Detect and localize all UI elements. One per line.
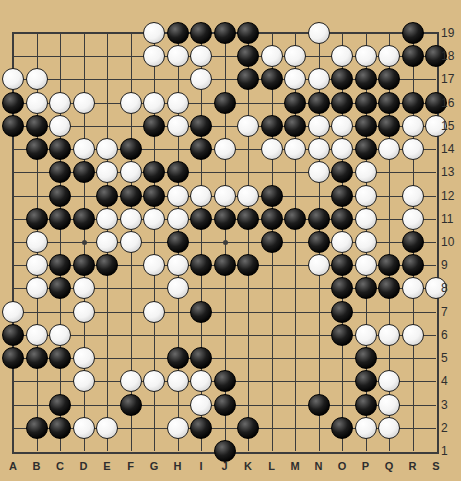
black-stone-G12[interactable]: [143, 185, 165, 207]
black-stone-I2[interactable]: [190, 417, 212, 439]
row-label-10: 10: [441, 236, 461, 248]
white-stone-E10[interactable]: [96, 231, 118, 253]
col-label-I: I: [191, 461, 211, 472]
black-stone-B11[interactable]: [26, 208, 48, 230]
row-label-16: 16: [441, 97, 461, 109]
black-stone-F12[interactable]: [120, 185, 142, 207]
black-stone-P17[interactable]: [355, 68, 377, 90]
go-board[interactable]: 19181716151413121110987654321ABCDEFGHIJK…: [0, 0, 461, 481]
black-stone-N16[interactable]: [308, 92, 330, 114]
white-stone-F16[interactable]: [120, 92, 142, 114]
row-label-4: 4: [441, 375, 461, 387]
white-stone-C16[interactable]: [49, 92, 71, 114]
white-stone-H11[interactable]: [167, 208, 189, 230]
white-stone-P11[interactable]: [355, 208, 377, 230]
col-label-Q: Q: [379, 461, 399, 472]
row-label-13: 13: [441, 166, 461, 178]
black-stone-K2[interactable]: [237, 417, 259, 439]
black-stone-R16[interactable]: [402, 92, 424, 114]
col-label-L: L: [262, 461, 282, 472]
white-stone-R12[interactable]: [402, 185, 424, 207]
white-stone-D7[interactable]: [73, 301, 95, 323]
col-label-K: K: [238, 461, 258, 472]
white-stone-B10[interactable]: [26, 231, 48, 253]
black-stone-I19[interactable]: [190, 22, 212, 44]
white-stone-L14[interactable]: [261, 138, 283, 160]
row-label-14: 14: [441, 143, 461, 155]
row-label-12: 12: [441, 190, 461, 202]
black-stone-O7[interactable]: [331, 301, 353, 323]
star-point: [223, 240, 228, 245]
white-stone-M14[interactable]: [284, 138, 306, 160]
black-stone-A16[interactable]: [2, 92, 24, 114]
black-stone-I11[interactable]: [190, 208, 212, 230]
col-label-B: B: [27, 461, 47, 472]
col-label-S: S: [426, 461, 446, 472]
black-stone-B14[interactable]: [26, 138, 48, 160]
col-label-H: H: [168, 461, 188, 472]
white-stone-E11[interactable]: [96, 208, 118, 230]
black-stone-F3[interactable]: [120, 394, 142, 416]
white-stone-D4[interactable]: [73, 370, 95, 392]
white-stone-Q14[interactable]: [378, 138, 400, 160]
black-stone-N10[interactable]: [308, 231, 330, 253]
white-stone-I12[interactable]: [190, 185, 212, 207]
white-stone-N13[interactable]: [308, 161, 330, 183]
black-stone-P15[interactable]: [355, 115, 377, 137]
black-stone-I5[interactable]: [190, 347, 212, 369]
row-label-1: 1: [441, 445, 461, 457]
black-stone-L15[interactable]: [261, 115, 283, 137]
black-stone-P16[interactable]: [355, 92, 377, 114]
row-label-18: 18: [441, 50, 461, 62]
black-stone-J16[interactable]: [214, 92, 236, 114]
black-stone-C2[interactable]: [49, 417, 71, 439]
black-stone-P8[interactable]: [355, 277, 377, 299]
white-stone-K15[interactable]: [237, 115, 259, 137]
white-stone-J14[interactable]: [214, 138, 236, 160]
white-stone-R6[interactable]: [402, 324, 424, 346]
black-stone-L11[interactable]: [261, 208, 283, 230]
white-stone-B8[interactable]: [26, 277, 48, 299]
white-stone-H12[interactable]: [167, 185, 189, 207]
row-label-15: 15: [441, 120, 461, 132]
col-label-F: F: [121, 461, 141, 472]
black-stone-A15[interactable]: [2, 115, 24, 137]
white-stone-D2[interactable]: [73, 417, 95, 439]
white-stone-F11[interactable]: [120, 208, 142, 230]
white-stone-H15[interactable]: [167, 115, 189, 137]
white-stone-F10[interactable]: [120, 231, 142, 253]
white-stone-H4[interactable]: [167, 370, 189, 392]
white-stone-B6[interactable]: [26, 324, 48, 346]
white-stone-P13[interactable]: [355, 161, 377, 183]
white-stone-D14[interactable]: [73, 138, 95, 160]
black-stone-D11[interactable]: [73, 208, 95, 230]
white-stone-Q2[interactable]: [378, 417, 400, 439]
black-stone-L17[interactable]: [261, 68, 283, 90]
white-stone-H8[interactable]: [167, 277, 189, 299]
black-stone-C12[interactable]: [49, 185, 71, 207]
white-stone-D5[interactable]: [73, 347, 95, 369]
white-stone-L18[interactable]: [261, 45, 283, 67]
black-stone-J4[interactable]: [214, 370, 236, 392]
black-stone-A5[interactable]: [2, 347, 24, 369]
white-stone-G16[interactable]: [143, 92, 165, 114]
col-label-A: A: [3, 461, 23, 472]
col-label-D: D: [74, 461, 94, 472]
white-stone-H9[interactable]: [167, 254, 189, 276]
white-stone-C6[interactable]: [49, 324, 71, 346]
black-stone-K19[interactable]: [237, 22, 259, 44]
black-stone-J11[interactable]: [214, 208, 236, 230]
black-stone-J19[interactable]: [214, 22, 236, 44]
white-stone-D16[interactable]: [73, 92, 95, 114]
white-stone-F4[interactable]: [120, 370, 142, 392]
black-stone-I15[interactable]: [190, 115, 212, 137]
col-label-C: C: [50, 461, 70, 472]
black-stone-K11[interactable]: [237, 208, 259, 230]
white-stone-N19[interactable]: [308, 22, 330, 44]
black-stone-Q16[interactable]: [378, 92, 400, 114]
col-label-O: O: [332, 461, 352, 472]
white-stone-P18[interactable]: [355, 45, 377, 67]
white-stone-N9[interactable]: [308, 254, 330, 276]
black-stone-C11[interactable]: [49, 208, 71, 230]
white-stone-H18[interactable]: [167, 45, 189, 67]
col-label-R: R: [403, 461, 423, 472]
white-stone-E14[interactable]: [96, 138, 118, 160]
black-stone-H19[interactable]: [167, 22, 189, 44]
black-stone-O16[interactable]: [331, 92, 353, 114]
white-stone-O15[interactable]: [331, 115, 353, 137]
black-stone-R9[interactable]: [402, 254, 424, 276]
white-stone-N14[interactable]: [308, 138, 330, 160]
white-stone-P12[interactable]: [355, 185, 377, 207]
white-stone-K12[interactable]: [237, 185, 259, 207]
black-stone-O6[interactable]: [331, 324, 353, 346]
white-stone-P6[interactable]: [355, 324, 377, 346]
black-stone-R19[interactable]: [402, 22, 424, 44]
white-stone-J12[interactable]: [214, 185, 236, 207]
grid-vline: [248, 33, 249, 451]
white-stone-Q3[interactable]: [378, 394, 400, 416]
star-point: [82, 240, 87, 245]
white-stone-N15[interactable]: [308, 115, 330, 137]
white-stone-R11[interactable]: [402, 208, 424, 230]
black-stone-O12[interactable]: [331, 185, 353, 207]
white-stone-E2[interactable]: [96, 417, 118, 439]
white-stone-P10[interactable]: [355, 231, 377, 253]
white-stone-R15[interactable]: [402, 115, 424, 137]
black-stone-C5[interactable]: [49, 347, 71, 369]
white-stone-P2[interactable]: [355, 417, 377, 439]
black-stone-H10[interactable]: [167, 231, 189, 253]
black-stone-C14[interactable]: [49, 138, 71, 160]
white-stone-B9[interactable]: [26, 254, 48, 276]
white-stone-D8[interactable]: [73, 277, 95, 299]
white-stone-B16[interactable]: [26, 92, 48, 114]
black-stone-D13[interactable]: [73, 161, 95, 183]
white-stone-Q6[interactable]: [378, 324, 400, 346]
white-stone-F13[interactable]: [120, 161, 142, 183]
black-stone-R18[interactable]: [402, 45, 424, 67]
black-stone-J9[interactable]: [214, 254, 236, 276]
row-label-3: 3: [441, 399, 461, 411]
white-stone-P9[interactable]: [355, 254, 377, 276]
black-stone-R10[interactable]: [402, 231, 424, 253]
black-stone-E12[interactable]: [96, 185, 118, 207]
black-stone-B5[interactable]: [26, 347, 48, 369]
white-stone-G19[interactable]: [143, 22, 165, 44]
black-stone-N11[interactable]: [308, 208, 330, 230]
col-label-M: M: [285, 461, 305, 472]
black-stone-H13[interactable]: [167, 161, 189, 183]
white-stone-O10[interactable]: [331, 231, 353, 253]
row-label-11: 11: [441, 213, 461, 225]
black-stone-I14[interactable]: [190, 138, 212, 160]
col-label-N: N: [309, 461, 329, 472]
go-app-window: 19181716151413121110987654321ABCDEFGHIJK…: [0, 0, 461, 481]
black-stone-L12[interactable]: [261, 185, 283, 207]
black-stone-O2[interactable]: [331, 417, 353, 439]
col-label-J: J: [215, 461, 235, 472]
white-stone-R8[interactable]: [402, 277, 424, 299]
white-stone-H2[interactable]: [167, 417, 189, 439]
col-label-E: E: [97, 461, 117, 472]
black-stone-B15[interactable]: [26, 115, 48, 137]
black-stone-G15[interactable]: [143, 115, 165, 137]
black-stone-Q15[interactable]: [378, 115, 400, 137]
black-stone-A6[interactable]: [2, 324, 24, 346]
black-stone-P14[interactable]: [355, 138, 377, 160]
black-stone-O11[interactable]: [331, 208, 353, 230]
white-stone-R14[interactable]: [402, 138, 424, 160]
white-stone-B17[interactable]: [26, 68, 48, 90]
black-stone-B2[interactable]: [26, 417, 48, 439]
black-stone-D9[interactable]: [73, 254, 95, 276]
row-label-17: 17: [441, 73, 461, 85]
black-stone-F14[interactable]: [120, 138, 142, 160]
black-stone-J3[interactable]: [214, 394, 236, 416]
black-stone-N3[interactable]: [308, 394, 330, 416]
row-label-5: 5: [441, 352, 461, 364]
white-stone-O14[interactable]: [331, 138, 353, 160]
row-label-9: 9: [441, 259, 461, 271]
black-stone-M11[interactable]: [284, 208, 306, 230]
white-stone-N17[interactable]: [308, 68, 330, 90]
black-stone-L10[interactable]: [261, 231, 283, 253]
black-stone-H5[interactable]: [167, 347, 189, 369]
row-label-8: 8: [441, 282, 461, 294]
black-stone-P3[interactable]: [355, 394, 377, 416]
col-label-G: G: [144, 461, 164, 472]
black-stone-P5[interactable]: [355, 347, 377, 369]
col-label-P: P: [356, 461, 376, 472]
black-stone-J1[interactable]: [214, 440, 236, 462]
black-stone-M15[interactable]: [284, 115, 306, 137]
white-stone-A7[interactable]: [2, 301, 24, 323]
black-stone-I7[interactable]: [190, 301, 212, 323]
row-label-7: 7: [441, 306, 461, 318]
white-stone-I3[interactable]: [190, 394, 212, 416]
black-stone-P4[interactable]: [355, 370, 377, 392]
row-label-19: 19: [441, 27, 461, 39]
white-stone-C15[interactable]: [49, 115, 71, 137]
row-label-6: 6: [441, 329, 461, 341]
black-stone-C3[interactable]: [49, 394, 71, 416]
white-stone-G11[interactable]: [143, 208, 165, 230]
white-stone-G7[interactable]: [143, 301, 165, 323]
row-label-2: 2: [441, 422, 461, 434]
black-stone-M16[interactable]: [284, 92, 306, 114]
white-stone-H16[interactable]: [167, 92, 189, 114]
